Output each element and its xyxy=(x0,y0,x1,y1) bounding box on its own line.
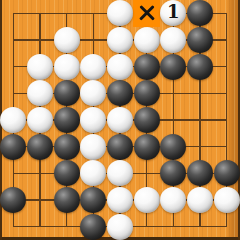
x-mark-icon xyxy=(138,4,156,22)
white-stone xyxy=(80,107,106,133)
black-stone xyxy=(54,80,80,106)
white-stone-move-1: 1 xyxy=(160,0,186,26)
white-stone xyxy=(80,80,106,106)
white-stone xyxy=(134,27,160,53)
white-stone xyxy=(0,107,26,133)
white-stone xyxy=(27,80,53,106)
black-stone xyxy=(54,134,80,160)
black-stone xyxy=(107,134,133,160)
black-stone xyxy=(160,54,186,80)
white-stone xyxy=(27,54,53,80)
black-stone xyxy=(134,134,160,160)
black-stone xyxy=(107,80,133,106)
white-stone xyxy=(80,134,106,160)
white-stone xyxy=(107,107,133,133)
white-stone xyxy=(134,187,160,213)
black-stone xyxy=(187,0,213,26)
white-stone xyxy=(107,160,133,186)
white-stone xyxy=(80,160,106,186)
black-stone xyxy=(54,187,80,213)
white-stone xyxy=(214,187,240,213)
black-stone xyxy=(80,214,106,240)
black-stone xyxy=(187,54,213,80)
black-stone xyxy=(0,187,26,213)
white-stone xyxy=(54,54,80,80)
black-stone xyxy=(80,187,106,213)
white-stone xyxy=(107,0,133,26)
black-stone xyxy=(0,134,26,160)
move-number-label: 1 xyxy=(167,3,180,21)
white-stone xyxy=(187,187,213,213)
white-stone xyxy=(160,27,186,53)
black-stone xyxy=(187,27,213,53)
black-stone xyxy=(187,160,213,186)
black-stone xyxy=(160,134,186,160)
black-stone xyxy=(27,134,53,160)
black-stone xyxy=(214,160,240,186)
white-stone xyxy=(107,27,133,53)
white-stone xyxy=(54,27,80,53)
black-stone xyxy=(134,80,160,106)
black-stone xyxy=(54,160,80,186)
white-stone xyxy=(160,187,186,213)
black-stone xyxy=(160,160,186,186)
go-diagram: 1 xyxy=(0,0,240,240)
white-stone xyxy=(107,214,133,240)
white-stone xyxy=(107,187,133,213)
white-stone xyxy=(27,107,53,133)
white-stone xyxy=(107,54,133,80)
black-stone xyxy=(134,54,160,80)
black-stone xyxy=(134,107,160,133)
white-stone xyxy=(80,54,106,80)
go-board[interactable]: 1 xyxy=(0,0,240,240)
black-stone xyxy=(54,107,80,133)
